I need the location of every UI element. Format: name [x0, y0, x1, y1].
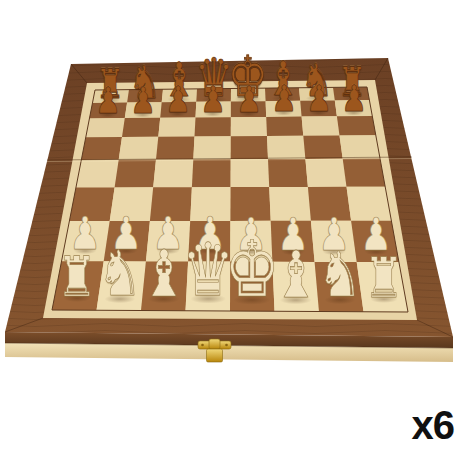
square-g7 — [300, 101, 337, 117]
square-e2 — [230, 221, 272, 262]
square-c2 — [146, 221, 190, 262]
square-d8 — [196, 89, 231, 102]
square-e1 — [230, 262, 275, 312]
square-b2 — [104, 221, 150, 262]
square-e4 — [231, 159, 270, 187]
square-e3 — [230, 187, 270, 221]
square-b4 — [115, 160, 156, 188]
square-g1 — [315, 262, 364, 312]
square-c1 — [141, 261, 188, 310]
square-g4 — [305, 159, 346, 187]
square-a6 — [86, 118, 125, 137]
square-e6 — [231, 117, 267, 136]
square-f8 — [265, 88, 300, 101]
square-a5 — [81, 137, 122, 160]
square-c8 — [162, 89, 197, 102]
square-f7 — [266, 101, 302, 117]
square-e5 — [231, 136, 268, 159]
square-b7 — [125, 102, 162, 118]
square-f1 — [272, 262, 319, 312]
square-c6 — [158, 118, 195, 137]
product-photo: ♜♞♝♛♚♝♞♜♟♟♟♟♟♟♟♟♟♟♟♟♟♟♟♟♜♞♝♛♚♝♞♜ x6 — [0, 0, 458, 458]
square-d7 — [196, 102, 231, 118]
square-g3 — [308, 187, 351, 221]
square-f5 — [267, 136, 305, 159]
square-c3 — [150, 187, 192, 221]
square-h3 — [347, 187, 392, 221]
square-h7 — [335, 100, 373, 116]
square-f2 — [271, 221, 315, 262]
square-f6 — [266, 117, 303, 136]
square-g5 — [303, 136, 342, 159]
square-f4 — [268, 159, 308, 187]
square-f3 — [269, 187, 311, 221]
square-e8 — [231, 88, 266, 101]
square-h6 — [337, 116, 376, 136]
square-d6 — [195, 117, 231, 136]
square-b8 — [127, 89, 163, 102]
square-b3 — [110, 187, 154, 221]
square-a7 — [89, 103, 127, 119]
square-d1 — [186, 262, 231, 312]
square-a8 — [93, 90, 130, 103]
square-c7 — [160, 102, 196, 118]
square-d3 — [190, 187, 230, 221]
square-e7 — [231, 101, 266, 117]
square-d2 — [188, 221, 230, 262]
square-c4 — [153, 160, 193, 188]
square-d5 — [193, 136, 231, 159]
square-h4 — [343, 159, 386, 187]
square-a3 — [69, 187, 114, 221]
square-b1 — [97, 261, 146, 310]
quantity-badge: x6 — [412, 403, 455, 448]
square-d4 — [192, 159, 231, 187]
square-b6 — [122, 118, 160, 137]
square-h5 — [340, 135, 381, 159]
square-g8 — [299, 87, 335, 100]
square-c5 — [156, 137, 195, 160]
square-h2 — [351, 221, 399, 262]
square-a4 — [76, 160, 119, 188]
square-g6 — [302, 116, 340, 136]
square-g2 — [311, 221, 357, 262]
square-h8 — [333, 87, 369, 101]
chess-board — [0, 0, 458, 458]
square-b5 — [119, 137, 159, 160]
